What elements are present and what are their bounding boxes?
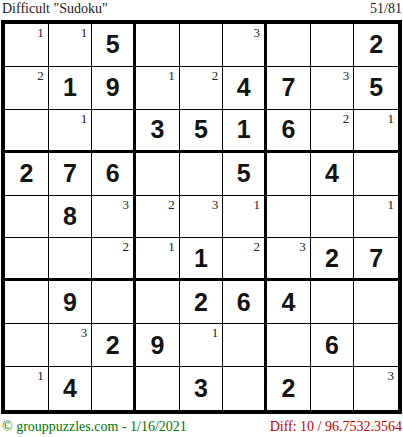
cell-r2c2[interactable]: 1	[49, 67, 93, 110]
pencil-mark: 2	[254, 239, 261, 255]
cell-r6c6[interactable]: 2	[223, 238, 267, 281]
page-title: Difficult "Sudoku"	[2, 1, 108, 17]
pencil-mark: 1	[168, 239, 175, 255]
cell-r2c3[interactable]: 9	[92, 67, 136, 110]
pencil-mark: 1	[254, 197, 261, 213]
header: Difficult "Sudoku" 51/81	[2, 1, 402, 17]
cell-r7c1[interactable]	[5, 281, 49, 324]
cell-r4c7[interactable]	[267, 153, 311, 196]
cell-r1c2[interactable]: 1	[49, 24, 93, 67]
cell-r2c6[interactable]: 4	[223, 67, 267, 110]
pencil-mark: 1	[168, 68, 175, 84]
cell-r8c3[interactable]: 2	[92, 324, 136, 367]
pencil-mark: 3	[212, 197, 219, 213]
cell-r7c2[interactable]: 9	[49, 281, 93, 324]
cell-r4c1[interactable]: 2	[5, 153, 49, 196]
pencil-mark: 1	[212, 325, 219, 341]
given-digit: 3	[136, 110, 179, 150]
cell-r8c8[interactable]: 6	[311, 324, 355, 367]
cell-r5c5[interactable]: 3	[180, 196, 224, 239]
given-digit: 7	[267, 67, 310, 109]
cell-r9c5[interactable]: 3	[180, 367, 224, 410]
cell-r9c1[interactable]: 1	[5, 367, 49, 410]
cell-r6c9[interactable]: 7	[354, 238, 398, 281]
pencil-mark: 3	[343, 68, 350, 84]
pencil-mark: 1	[81, 25, 88, 41]
cell-r5c9[interactable]: 1	[354, 196, 398, 239]
cell-r2c4[interactable]: 1	[136, 67, 180, 110]
cell-r3c1[interactable]	[5, 110, 49, 153]
sudoku-page: Difficult "Sudoku" 51/81 115322191247351…	[0, 0, 403, 437]
pencil-mark: 2	[212, 68, 219, 84]
given-digit: 2	[311, 238, 354, 278]
cell-r9c4[interactable]	[136, 367, 180, 410]
cell-r6c4[interactable]: 1	[136, 238, 180, 281]
cell-r6c7[interactable]: 3	[267, 238, 311, 281]
footer: © grouppuzzles.com - 1/16/2021 Diff: 10 …	[2, 419, 402, 435]
given-digit: 4	[49, 367, 92, 410]
cell-r9c6[interactable]	[223, 367, 267, 410]
cell-r1c9[interactable]: 2	[354, 24, 398, 67]
given-digit: 8	[49, 196, 92, 238]
pencil-mark: 1	[37, 25, 44, 41]
cell-r3c9[interactable]: 1	[354, 110, 398, 153]
given-digit: 5	[92, 24, 133, 66]
cell-r5c3[interactable]: 3	[92, 196, 136, 239]
given-digit: 5	[180, 110, 223, 150]
cell-r8c1[interactable]	[5, 324, 49, 367]
given-digit: 6	[92, 153, 133, 195]
cell-r9c8[interactable]	[311, 367, 355, 410]
cell-r3c5[interactable]: 5	[180, 110, 224, 153]
pencil-mark: 2	[168, 197, 175, 213]
cell-r8c9[interactable]	[354, 324, 398, 367]
given-digit: 4	[267, 281, 310, 323]
cell-r4c6[interactable]: 5	[223, 153, 267, 196]
given-digit: 6	[267, 110, 310, 150]
cell-r2c5[interactable]: 2	[180, 67, 224, 110]
pencil-mark: 2	[123, 239, 130, 255]
cell-r1c7[interactable]	[267, 24, 311, 67]
cell-r1c3[interactable]: 5	[92, 24, 136, 67]
cell-r4c8[interactable]: 4	[311, 153, 355, 196]
given-digit: 4	[223, 67, 264, 109]
given-digit: 5	[223, 153, 264, 195]
cell-r6c5[interactable]: 1	[180, 238, 224, 281]
cell-r3c7[interactable]: 6	[267, 110, 311, 153]
given-digit: 3	[180, 367, 223, 410]
given-digit: 2	[92, 324, 133, 366]
cell-r3c8[interactable]: 2	[311, 110, 355, 153]
cell-r1c5[interactable]	[180, 24, 224, 67]
cell-r8c5[interactable]: 1	[180, 324, 224, 367]
cell-r3c4[interactable]: 3	[136, 110, 180, 153]
pencil-mark: 3	[299, 239, 306, 255]
cell-r2c9[interactable]: 5	[354, 67, 398, 110]
cell-r9c2[interactable]: 4	[49, 367, 93, 410]
pencil-mark: 2	[343, 111, 350, 127]
cell-r5c2[interactable]: 8	[49, 196, 93, 239]
cell-r7c8[interactable]	[311, 281, 355, 324]
given-digit: 4	[311, 153, 354, 195]
cell-r1c1[interactable]: 1	[5, 24, 49, 67]
cell-r7c5[interactable]: 2	[180, 281, 224, 324]
cell-r6c2[interactable]	[49, 238, 93, 281]
cell-r4c3[interactable]: 6	[92, 153, 136, 196]
cell-r9c3[interactable]	[92, 367, 136, 410]
given-digit: 9	[136, 324, 179, 366]
given-digit: 2	[354, 24, 398, 66]
given-digit: 1	[180, 238, 223, 278]
pencil-mark: 3	[254, 25, 261, 41]
cell-r2c1[interactable]: 2	[5, 67, 49, 110]
pencil-mark: 3	[123, 197, 130, 213]
cell-r3c3[interactable]	[92, 110, 136, 153]
cell-r8c4[interactable]: 9	[136, 324, 180, 367]
cell-r4c5[interactable]	[180, 153, 224, 196]
cell-r9c9[interactable]: 3	[354, 367, 398, 410]
given-digit: 6	[311, 324, 354, 366]
pencil-mark: 3	[388, 368, 395, 384]
cell-r7c4[interactable]	[136, 281, 180, 324]
cell-r7c9[interactable]	[354, 281, 398, 324]
given-digit: 2	[180, 281, 223, 323]
cell-r8c2[interactable]: 3	[49, 324, 93, 367]
cell-r5c4[interactable]: 2	[136, 196, 180, 239]
given-digit: 1	[223, 110, 264, 150]
sudoku-board: 1153221912473513516212765483231121123279…	[1, 20, 402, 414]
given-digit: 7	[354, 238, 398, 278]
given-digit: 9	[92, 67, 133, 109]
cell-r9c7[interactable]: 2	[267, 367, 311, 410]
cell-r6c8[interactable]: 2	[311, 238, 355, 281]
cell-r5c7[interactable]	[267, 196, 311, 239]
cell-r1c6[interactable]: 3	[223, 24, 267, 67]
cell-r2c8[interactable]: 3	[311, 67, 355, 110]
difficulty-text: Diff: 10 / 96.7532.3564	[270, 419, 402, 435]
cell-r8c6[interactable]	[223, 324, 267, 367]
given-digit: 1	[49, 67, 92, 109]
cell-r5c1[interactable]	[5, 196, 49, 239]
given-digit: 5	[354, 67, 398, 109]
cell-r5c8[interactable]	[311, 196, 355, 239]
cell-r5c6[interactable]: 1	[223, 196, 267, 239]
cell-r4c4[interactable]	[136, 153, 180, 196]
given-digit: 7	[49, 153, 92, 195]
pencil-mark: 1	[81, 111, 88, 127]
progress-counter: 51/81	[370, 1, 402, 17]
pencil-mark: 1	[37, 368, 44, 384]
pencil-mark: 3	[81, 325, 88, 341]
given-digit: 9	[49, 281, 92, 323]
copyright-text: © grouppuzzles.com - 1/16/2021	[2, 419, 187, 435]
cell-r3c2[interactable]: 1	[49, 110, 93, 153]
cell-r6c1[interactable]	[5, 238, 49, 281]
cell-r7c6[interactable]: 6	[223, 281, 267, 324]
cell-r1c4[interactable]	[136, 24, 180, 67]
pencil-mark: 2	[37, 68, 44, 84]
given-digit: 6	[223, 281, 264, 323]
given-digit: 2	[267, 367, 310, 410]
cell-r1c8[interactable]	[311, 24, 355, 67]
cell-r2c7[interactable]: 7	[267, 67, 311, 110]
cell-r4c9[interactable]	[354, 153, 398, 196]
cell-r8c7[interactable]	[267, 324, 311, 367]
cell-r4c2[interactable]: 7	[49, 153, 93, 196]
cell-r6c3[interactable]: 2	[92, 238, 136, 281]
cell-r7c7[interactable]: 4	[267, 281, 311, 324]
given-digit: 2	[5, 153, 48, 195]
cell-r3c6[interactable]: 1	[223, 110, 267, 153]
cell-r7c3[interactable]	[92, 281, 136, 324]
pencil-mark: 1	[388, 111, 395, 127]
pencil-mark: 1	[388, 197, 395, 213]
